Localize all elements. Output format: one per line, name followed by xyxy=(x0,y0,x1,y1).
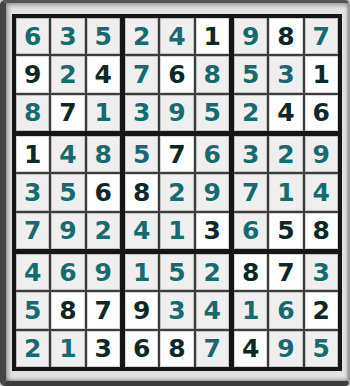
cell-r3c3-solved: 1 xyxy=(87,95,120,131)
cell-r6c8-given: 5 xyxy=(269,213,302,249)
cell-r5c5-solved: 2 xyxy=(160,174,193,210)
cell-r3c7-solved: 2 xyxy=(234,95,267,131)
cell-r8c3-given: 7 xyxy=(87,292,120,328)
cell-r4c2-solved: 4 xyxy=(51,136,84,172)
cell-r6c1-solved: 7 xyxy=(16,213,49,249)
cell-r1c8-given: 8 xyxy=(269,18,302,54)
cell-r9c5-given: 8 xyxy=(160,331,193,367)
cell-r1c5-solved: 4 xyxy=(160,18,193,54)
cell-r8c2-given: 8 xyxy=(51,292,84,328)
cell-r7c6-solved: 2 xyxy=(196,254,229,290)
cell-r3c9-given: 6 xyxy=(305,95,338,131)
box-r2c3: 329714658 xyxy=(234,136,338,249)
cell-r2c6-solved: 8 xyxy=(196,56,229,92)
cell-r2c7-solved: 5 xyxy=(234,56,267,92)
cell-r7c8-given: 7 xyxy=(269,254,302,290)
cell-r2c2-solved: 2 xyxy=(51,56,84,92)
cell-r8c7-solved: 1 xyxy=(234,292,267,328)
cell-r5c2-solved: 5 xyxy=(51,174,84,210)
cell-r6c7-solved: 6 xyxy=(234,213,267,249)
cell-r1c6-given: 1 xyxy=(196,18,229,54)
cell-r4c6-solved: 6 xyxy=(196,136,229,172)
cell-r5c8-solved: 1 xyxy=(269,174,302,210)
box-r2c1: 148356792 xyxy=(16,136,120,249)
cell-r5c3-given: 6 xyxy=(87,174,120,210)
cell-r8c9-given: 2 xyxy=(305,292,338,328)
cell-r1c9-solved: 7 xyxy=(305,18,338,54)
cell-r5c9-solved: 4 xyxy=(305,174,338,210)
box-r3c3: 873162495 xyxy=(234,254,338,367)
cell-r4c1-given: 1 xyxy=(16,136,49,172)
cell-r8c5-solved: 3 xyxy=(160,292,193,328)
cell-r1c2-solved: 3 xyxy=(51,18,84,54)
cell-r2c8-solved: 3 xyxy=(269,56,302,92)
cell-r9c4-given: 6 xyxy=(125,331,158,367)
box-r3c2: 152934687 xyxy=(125,254,229,367)
box-r1c3: 987531246 xyxy=(234,18,338,131)
cell-r7c9-solved: 3 xyxy=(305,254,338,290)
cell-r7c2-solved: 6 xyxy=(51,254,84,290)
cell-r7c1-solved: 4 xyxy=(16,254,49,290)
cell-r2c4-solved: 7 xyxy=(125,56,158,92)
cell-r6c3-solved: 2 xyxy=(87,213,120,249)
cell-r7c7-given: 8 xyxy=(234,254,267,290)
cell-r1c3-solved: 5 xyxy=(87,18,120,54)
cell-r6c2-solved: 9 xyxy=(51,213,84,249)
cell-r1c1-solved: 6 xyxy=(16,18,49,54)
cell-r4c3-solved: 8 xyxy=(87,136,120,172)
cell-r9c1-solved: 2 xyxy=(16,331,49,367)
cell-r6c9-given: 8 xyxy=(305,213,338,249)
box-r3c1: 469587213 xyxy=(16,254,120,367)
cell-r2c3-given: 4 xyxy=(87,56,120,92)
cell-r3c6-solved: 5 xyxy=(196,95,229,131)
cell-r6c6-given: 3 xyxy=(196,213,229,249)
cell-r4c4-solved: 5 xyxy=(125,136,158,172)
cell-r5c4-given: 8 xyxy=(125,174,158,210)
cell-r5c1-solved: 3 xyxy=(16,174,49,210)
cell-r3c4-solved: 3 xyxy=(125,95,158,131)
cell-r4c5-given: 7 xyxy=(160,136,193,172)
cell-r4c9-solved: 9 xyxy=(305,136,338,172)
cell-r9c3-given: 3 xyxy=(87,331,120,367)
cell-r1c4-solved: 2 xyxy=(125,18,158,54)
cell-r8c6-solved: 4 xyxy=(196,292,229,328)
box-r1c2: 241768395 xyxy=(125,18,229,131)
cell-r3c2-given: 7 xyxy=(51,95,84,131)
cell-r8c4-given: 9 xyxy=(125,292,158,328)
cell-r9c6-solved: 7 xyxy=(196,331,229,367)
cell-r2c5-given: 6 xyxy=(160,56,193,92)
cell-r6c5-solved: 1 xyxy=(160,213,193,249)
cell-r9c7-given: 4 xyxy=(234,331,267,367)
cell-r9c8-solved: 9 xyxy=(269,331,302,367)
box-r1c1: 635924871 xyxy=(16,18,120,131)
cell-r1c7-solved: 9 xyxy=(234,18,267,54)
sudoku-board: 6359248712417683959875312461483567925768… xyxy=(12,14,342,371)
cell-r9c2-solved: 1 xyxy=(51,331,84,367)
cell-r5c7-solved: 7 xyxy=(234,174,267,210)
cell-r7c4-solved: 1 xyxy=(125,254,158,290)
cell-r4c7-solved: 3 xyxy=(234,136,267,172)
cell-r3c1-solved: 8 xyxy=(16,95,49,131)
cell-r5c6-solved: 9 xyxy=(196,174,229,210)
cell-r9c9-solved: 5 xyxy=(305,331,338,367)
cell-r7c5-solved: 5 xyxy=(160,254,193,290)
box-r2c2: 576829413 xyxy=(125,136,229,249)
cell-r8c8-solved: 6 xyxy=(269,292,302,328)
cell-r4c8-solved: 2 xyxy=(269,136,302,172)
cell-r3c5-solved: 9 xyxy=(160,95,193,131)
cell-r3c8-given: 4 xyxy=(269,95,302,131)
cell-r2c9-given: 1 xyxy=(305,56,338,92)
cell-r8c1-solved: 5 xyxy=(16,292,49,328)
cell-r6c4-solved: 4 xyxy=(125,213,158,249)
cell-r2c1-given: 9 xyxy=(16,56,49,92)
sudoku-frame: 6359248712417683959875312461483567925768… xyxy=(0,0,350,386)
cell-r7c3-solved: 9 xyxy=(87,254,120,290)
